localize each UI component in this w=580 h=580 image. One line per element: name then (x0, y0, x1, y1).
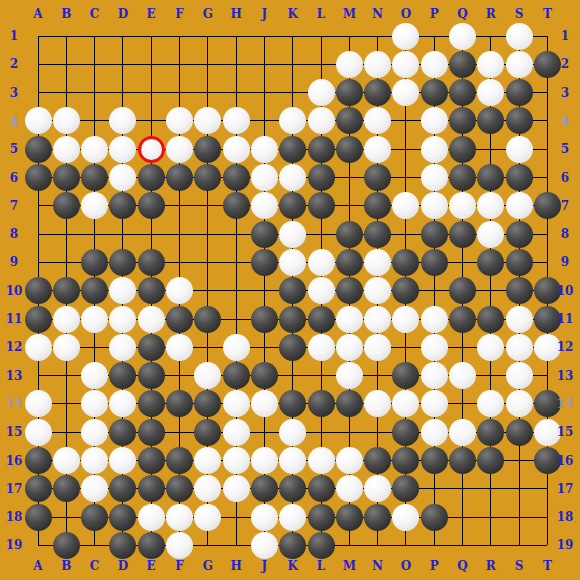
white-stone-H15[interactable] (223, 419, 250, 446)
white-stone-S14[interactable] (506, 390, 533, 417)
white-stone-O2[interactable] (392, 51, 419, 78)
white-stone-D5[interactable] (109, 136, 136, 163)
black-stone-A11[interactable] (25, 306, 52, 333)
white-stone-Q1[interactable] (449, 23, 476, 50)
white-stone-N14[interactable] (364, 390, 391, 417)
black-stone-Q11[interactable] (449, 306, 476, 333)
black-stone-N8[interactable] (364, 221, 391, 248)
white-stone-J19[interactable] (251, 532, 278, 559)
black-stone-O10[interactable] (392, 277, 419, 304)
white-stone-C11[interactable] (81, 306, 108, 333)
white-stone-M17[interactable] (336, 475, 363, 502)
black-stone-F14[interactable] (166, 390, 193, 417)
white-stone-L9[interactable] (308, 249, 335, 276)
col-label-bottom-R: R (480, 558, 502, 574)
col-label-top-C: C (84, 6, 106, 22)
black-stone-K19[interactable] (279, 532, 306, 559)
black-stone-B6[interactable] (53, 164, 80, 191)
black-stone-O17[interactable] (392, 475, 419, 502)
black-stone-M18[interactable] (336, 504, 363, 531)
black-stone-M9[interactable] (336, 249, 363, 276)
black-stone-D19[interactable] (109, 532, 136, 559)
white-stone-P15[interactable] (421, 419, 448, 446)
white-stone-J5[interactable] (251, 136, 278, 163)
black-stone-R6[interactable] (477, 164, 504, 191)
row-label-left-7: 7 (3, 198, 25, 214)
white-stone-G4[interactable] (194, 107, 221, 134)
black-stone-B19[interactable] (53, 532, 80, 559)
black-stone-P8[interactable] (421, 221, 448, 248)
black-stone-O13[interactable] (392, 362, 419, 389)
black-stone-C9[interactable] (81, 249, 108, 276)
black-stone-G5[interactable] (194, 136, 221, 163)
white-stone-M11[interactable] (336, 306, 363, 333)
col-label-top-Q: Q (452, 6, 474, 22)
row-label-left-2: 2 (3, 56, 25, 72)
white-stone-N11[interactable] (364, 306, 391, 333)
col-label-top-E: E (140, 6, 162, 22)
black-stone-N6[interactable] (364, 164, 391, 191)
black-stone-R9[interactable] (477, 249, 504, 276)
white-stone-P6[interactable] (421, 164, 448, 191)
white-stone-P4[interactable] (421, 107, 448, 134)
row-label-right-17: 17 (554, 481, 576, 497)
col-label-bottom-O: O (395, 558, 417, 574)
white-stone-B5[interactable] (53, 136, 80, 163)
black-stone-J13[interactable] (251, 362, 278, 389)
black-stone-M14[interactable] (336, 390, 363, 417)
white-stone-D14[interactable] (109, 390, 136, 417)
col-label-top-G: G (197, 6, 219, 22)
white-stone-Q13[interactable] (449, 362, 476, 389)
black-stone-L18[interactable] (308, 504, 335, 531)
white-stone-E18[interactable] (138, 504, 165, 531)
col-label-bottom-Q: Q (452, 558, 474, 574)
black-stone-A6[interactable] (25, 164, 52, 191)
black-stone-J11[interactable] (251, 306, 278, 333)
black-stone-K12[interactable] (279, 334, 306, 361)
row-label-left-17: 17 (3, 481, 25, 497)
black-stone-H7[interactable] (223, 192, 250, 219)
white-stone-C17[interactable] (81, 475, 108, 502)
white-stone-O7[interactable] (392, 192, 419, 219)
black-stone-C18[interactable] (81, 504, 108, 531)
black-stone-P16[interactable] (421, 447, 448, 474)
white-stone-P2[interactable] (421, 51, 448, 78)
col-label-top-S: S (508, 6, 530, 22)
row-label-right-13: 13 (554, 368, 576, 384)
col-label-top-T: T (536, 6, 558, 22)
black-stone-E17[interactable] (138, 475, 165, 502)
black-stone-G6[interactable] (194, 164, 221, 191)
black-stone-P9[interactable] (421, 249, 448, 276)
black-stone-M4[interactable] (336, 107, 363, 134)
white-stone-C15[interactable] (81, 419, 108, 446)
row-label-right-3: 3 (554, 85, 576, 101)
black-stone-E15[interactable] (138, 419, 165, 446)
white-stone-O18[interactable] (392, 504, 419, 531)
white-stone-R14[interactable] (477, 390, 504, 417)
black-stone-B7[interactable] (53, 192, 80, 219)
white-stone-D11[interactable] (109, 306, 136, 333)
white-stone-G16[interactable] (194, 447, 221, 474)
white-stone-Q15[interactable] (449, 419, 476, 446)
row-label-left-9: 9 (3, 254, 25, 270)
black-stone-L14[interactable] (308, 390, 335, 417)
black-stone-F16[interactable] (166, 447, 193, 474)
black-stone-K11[interactable] (279, 306, 306, 333)
white-stone-K18[interactable] (279, 504, 306, 531)
col-label-bottom-J: J (253, 558, 275, 574)
black-stone-H6[interactable] (223, 164, 250, 191)
black-stone-O16[interactable] (392, 447, 419, 474)
row-label-right-1: 1 (554, 28, 576, 44)
black-stone-Q10[interactable] (449, 277, 476, 304)
white-stone-K15[interactable] (279, 419, 306, 446)
row-label-right-19: 19 (554, 537, 576, 553)
col-label-bottom-H: H (225, 558, 247, 574)
white-stone-D6[interactable] (109, 164, 136, 191)
black-stone-S6[interactable] (506, 164, 533, 191)
white-stone-A15[interactable] (25, 419, 52, 446)
row-label-right-8: 8 (554, 226, 576, 242)
white-stone-J6[interactable] (251, 164, 278, 191)
col-label-bottom-T: T (536, 558, 558, 574)
col-label-bottom-L: L (310, 558, 332, 574)
black-stone-M5[interactable] (336, 136, 363, 163)
black-stone-B17[interactable] (53, 475, 80, 502)
black-stone-P3[interactable] (421, 79, 448, 106)
white-stone-N9[interactable] (364, 249, 391, 276)
black-stone-R15[interactable] (477, 419, 504, 446)
row-label-right-12: 12 (554, 339, 576, 355)
black-stone-O9[interactable] (392, 249, 419, 276)
col-label-bottom-P: P (423, 558, 445, 574)
white-stone-L12[interactable] (308, 334, 335, 361)
white-stone-E11[interactable] (138, 306, 165, 333)
white-stone-S11[interactable] (506, 306, 533, 333)
white-stone-R2[interactable] (477, 51, 504, 78)
white-stone-F5[interactable] (166, 136, 193, 163)
white-stone-G13[interactable] (194, 362, 221, 389)
black-stone-J9[interactable] (251, 249, 278, 276)
black-stone-J8[interactable] (251, 221, 278, 248)
white-stone-C14[interactable] (81, 390, 108, 417)
black-stone-D18[interactable] (109, 504, 136, 531)
black-stone-F11[interactable] (166, 306, 193, 333)
white-stone-N12[interactable] (364, 334, 391, 361)
row-label-right-4: 4 (554, 113, 576, 129)
black-stone-J17[interactable] (251, 475, 278, 502)
white-stone-F19[interactable] (166, 532, 193, 559)
black-stone-S9[interactable] (506, 249, 533, 276)
white-stone-N5[interactable] (364, 136, 391, 163)
row-label-left-18: 18 (3, 509, 25, 525)
black-stone-B10[interactable] (53, 277, 80, 304)
black-stone-L6[interactable] (308, 164, 335, 191)
black-stone-L17[interactable] (308, 475, 335, 502)
col-label-bottom-M: M (338, 558, 360, 574)
black-stone-Q6[interactable] (449, 164, 476, 191)
white-stone-R3[interactable] (477, 79, 504, 106)
white-stone-F10[interactable] (166, 277, 193, 304)
col-label-top-K: K (282, 6, 304, 22)
black-stone-R11[interactable] (477, 306, 504, 333)
black-stone-G15[interactable] (194, 419, 221, 446)
white-stone-B12[interactable] (53, 334, 80, 361)
col-label-bottom-S: S (508, 558, 530, 574)
black-stone-O15[interactable] (392, 419, 419, 446)
black-stone-L7[interactable] (308, 192, 335, 219)
white-stone-F18[interactable] (166, 504, 193, 531)
white-stone-P5[interactable] (421, 136, 448, 163)
black-stone-S3[interactable] (506, 79, 533, 106)
black-stone-D17[interactable] (109, 475, 136, 502)
row-label-right-7: 7 (554, 198, 576, 214)
black-stone-F17[interactable] (166, 475, 193, 502)
white-stone-K9[interactable] (279, 249, 306, 276)
white-stone-D4[interactable] (109, 107, 136, 134)
white-stone-K8[interactable] (279, 221, 306, 248)
white-stone-L4[interactable] (308, 107, 335, 134)
white-stone-R7[interactable] (477, 192, 504, 219)
black-stone-Q3[interactable] (449, 79, 476, 106)
white-stone-S1[interactable] (506, 23, 533, 50)
black-stone-A18[interactable] (25, 504, 52, 531)
white-stone-J14[interactable] (251, 390, 278, 417)
white-stone-A14[interactable] (25, 390, 52, 417)
white-stone-M12[interactable] (336, 334, 363, 361)
white-stone-D16[interactable] (109, 447, 136, 474)
black-stone-Q2[interactable] (449, 51, 476, 78)
col-label-top-J: J (253, 6, 275, 22)
black-stone-N7[interactable] (364, 192, 391, 219)
row-label-left-8: 8 (3, 226, 25, 242)
white-stone-M13[interactable] (336, 362, 363, 389)
white-stone-O14[interactable] (392, 390, 419, 417)
row-label-left-3: 3 (3, 85, 25, 101)
black-stone-Q8[interactable] (449, 221, 476, 248)
white-stone-C16[interactable] (81, 447, 108, 474)
white-stone-K6[interactable] (279, 164, 306, 191)
black-stone-K5[interactable] (279, 136, 306, 163)
black-stone-A5[interactable] (25, 136, 52, 163)
white-stone-C7[interactable] (81, 192, 108, 219)
row-label-right-5: 5 (554, 141, 576, 157)
black-stone-L19[interactable] (308, 532, 335, 559)
white-stone-J7[interactable] (251, 192, 278, 219)
black-stone-N18[interactable] (364, 504, 391, 531)
black-stone-D9[interactable] (109, 249, 136, 276)
black-stone-M8[interactable] (336, 221, 363, 248)
white-stone-L10[interactable] (308, 277, 335, 304)
col-label-bottom-A: A (27, 558, 49, 574)
white-stone-H12[interactable] (223, 334, 250, 361)
white-stone-L3[interactable] (308, 79, 335, 106)
white-stone-K4[interactable] (279, 107, 306, 134)
black-stone-E6[interactable] (138, 164, 165, 191)
white-stone-R8[interactable] (477, 221, 504, 248)
black-stone-E9[interactable] (138, 249, 165, 276)
white-stone-O1[interactable] (392, 23, 419, 50)
white-stone-N10[interactable] (364, 277, 391, 304)
row-label-left-19: 19 (3, 537, 25, 553)
row-label-left-4: 4 (3, 113, 25, 129)
black-stone-F6[interactable] (166, 164, 193, 191)
col-label-bottom-D: D (112, 558, 134, 574)
black-stone-K10[interactable] (279, 277, 306, 304)
white-stone-P13[interactable] (421, 362, 448, 389)
black-stone-K7[interactable] (279, 192, 306, 219)
black-stone-N16[interactable] (364, 447, 391, 474)
white-stone-P7[interactable] (421, 192, 448, 219)
black-stone-E12[interactable] (138, 334, 165, 361)
row-label-left-12: 12 (3, 339, 25, 355)
white-stone-C5[interactable] (81, 136, 108, 163)
col-label-bottom-E: E (140, 558, 162, 574)
col-label-bottom-K: K (282, 558, 304, 574)
row-label-left-10: 10 (3, 283, 25, 299)
black-stone-R16[interactable] (477, 447, 504, 474)
black-stone-Q5[interactable] (449, 136, 476, 163)
white-stone-A4[interactable] (25, 107, 52, 134)
black-stone-L11[interactable] (308, 306, 335, 333)
black-stone-G14[interactable] (194, 390, 221, 417)
black-stone-E7[interactable] (138, 192, 165, 219)
black-stone-C6[interactable] (81, 164, 108, 191)
row-label-right-18: 18 (554, 509, 576, 525)
black-stone-E14[interactable] (138, 390, 165, 417)
black-stone-L5[interactable] (308, 136, 335, 163)
white-stone-H14[interactable] (223, 390, 250, 417)
col-label-top-H: H (225, 6, 247, 22)
white-stone-N2[interactable] (364, 51, 391, 78)
black-stone-M3[interactable] (336, 79, 363, 106)
white-stone-F4[interactable] (166, 107, 193, 134)
white-stone-P14[interactable] (421, 390, 448, 417)
col-label-top-O: O (395, 6, 417, 22)
black-stone-A16[interactable] (25, 447, 52, 474)
white-stone-H17[interactable] (223, 475, 250, 502)
white-stone-S5[interactable] (506, 136, 533, 163)
white-stone-H16[interactable] (223, 447, 250, 474)
black-stone-K17[interactable] (279, 475, 306, 502)
black-stone-G11[interactable] (194, 306, 221, 333)
black-stone-S8[interactable] (506, 221, 533, 248)
white-stone-B4[interactable] (53, 107, 80, 134)
black-stone-D7[interactable] (109, 192, 136, 219)
white-stone-J16[interactable] (251, 447, 278, 474)
white-stone-N17[interactable] (364, 475, 391, 502)
black-stone-E16[interactable] (138, 447, 165, 474)
black-stone-M10[interactable] (336, 277, 363, 304)
black-stone-P18[interactable] (421, 504, 448, 531)
col-label-bottom-G: G (197, 558, 219, 574)
black-stone-R4[interactable] (477, 107, 504, 134)
white-stone-K16[interactable] (279, 447, 306, 474)
row-label-left-14: 14 (3, 396, 25, 412)
black-stone-D15[interactable] (109, 419, 136, 446)
white-stone-J18[interactable] (251, 504, 278, 531)
black-stone-E10[interactable] (138, 277, 165, 304)
col-label-bottom-F: F (169, 558, 191, 574)
black-stone-E19[interactable] (138, 532, 165, 559)
white-stone-P12[interactable] (421, 334, 448, 361)
col-label-top-A: A (27, 6, 49, 22)
black-stone-A10[interactable] (25, 277, 52, 304)
black-stone-S10[interactable] (506, 277, 533, 304)
white-stone-S2[interactable] (506, 51, 533, 78)
col-label-top-P: P (423, 6, 445, 22)
black-stone-D13[interactable] (109, 362, 136, 389)
black-stone-C10[interactable] (81, 277, 108, 304)
row-label-left-13: 13 (3, 368, 25, 384)
white-stone-O3[interactable] (392, 79, 419, 106)
white-stone-S7[interactable] (506, 192, 533, 219)
white-stone-C13[interactable] (81, 362, 108, 389)
row-label-right-11: 11 (554, 311, 576, 327)
white-stone-S12[interactable] (506, 334, 533, 361)
black-stone-H13[interactable] (223, 362, 250, 389)
white-stone-H5[interactable] (223, 136, 250, 163)
col-label-bottom-B: B (55, 558, 77, 574)
black-stone-N3[interactable] (364, 79, 391, 106)
white-stone-L16[interactable] (308, 447, 335, 474)
row-label-left-16: 16 (3, 453, 25, 469)
white-stone-G17[interactable] (194, 475, 221, 502)
row-label-left-11: 11 (3, 311, 25, 327)
white-stone-O11[interactable] (392, 306, 419, 333)
black-stone-A17[interactable] (25, 475, 52, 502)
white-stone-M2[interactable] (336, 51, 363, 78)
col-label-top-L: L (310, 6, 332, 22)
white-stone-R12[interactable] (477, 334, 504, 361)
black-stone-K14[interactable] (279, 390, 306, 417)
row-label-right-6: 6 (554, 170, 576, 186)
row-label-left-6: 6 (3, 170, 25, 186)
row-label-left-5: 5 (3, 141, 25, 157)
black-stone-E13[interactable] (138, 362, 165, 389)
black-stone-Q16[interactable] (449, 447, 476, 474)
white-stone-D12[interactable] (109, 334, 136, 361)
black-stone-S15[interactable] (506, 419, 533, 446)
col-label-top-R: R (480, 6, 502, 22)
white-stone-D10[interactable] (109, 277, 136, 304)
row-label-right-9: 9 (554, 254, 576, 270)
white-stone-H4[interactable] (223, 107, 250, 134)
white-stone-P11[interactable] (421, 306, 448, 333)
row-label-left-1: 1 (3, 28, 25, 44)
black-stone-S4[interactable] (506, 107, 533, 134)
white-stone-F12[interactable] (166, 334, 193, 361)
white-stone-Q7[interactable] (449, 192, 476, 219)
white-stone-B16[interactable] (53, 447, 80, 474)
white-stone-A12[interactable] (25, 334, 52, 361)
row-label-right-16: 16 (554, 453, 576, 469)
white-stone-M16[interactable] (336, 447, 363, 474)
col-label-bottom-C: C (84, 558, 106, 574)
white-stone-G18[interactable] (194, 504, 221, 531)
black-stone-Q4[interactable] (449, 107, 476, 134)
white-stone-B11[interactable] (53, 306, 80, 333)
row-label-right-15: 15 (554, 424, 576, 440)
white-stone-N4[interactable] (364, 107, 391, 134)
white-stone-S13[interactable] (506, 362, 533, 389)
col-label-top-B: B (55, 6, 77, 22)
white-stone-E5[interactable] (138, 136, 165, 163)
col-label-top-N: N (367, 6, 389, 22)
col-label-bottom-N: N (367, 558, 389, 574)
